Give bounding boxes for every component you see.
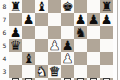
- square-d3[interactable]: ♛: [48, 65, 61, 78]
- square-f3[interactable]: [74, 65, 87, 78]
- piece-black-bishop[interactable]: ♝: [22, 52, 35, 65]
- square-b7[interactable]: ♟: [22, 13, 35, 26]
- square-e2[interactable]: [61, 78, 74, 80]
- piece-white-pawn[interactable]: ♟: [61, 52, 74, 65]
- rank-label-4: 4: [0, 52, 9, 65]
- cropped-piece-top: [12, 78, 19, 80]
- square-c7[interactable]: [35, 13, 48, 26]
- square-b4[interactable]: ♝: [22, 52, 35, 65]
- square-b3[interactable]: [22, 65, 35, 78]
- piece-black-knight[interactable]: ♞: [74, 26, 87, 39]
- square-a5[interactable]: ♛: [9, 39, 22, 52]
- square-e3[interactable]: [61, 65, 74, 78]
- square-a2[interactable]: [9, 78, 22, 80]
- rank-label-6: 6: [0, 26, 9, 39]
- square-e8[interactable]: ♚: [61, 0, 74, 13]
- square-g5[interactable]: [87, 39, 100, 52]
- board-right-border: [117, 0, 118, 80]
- square-h7[interactable]: ♟: [100, 13, 113, 26]
- piece-black-pawn[interactable]: ♟: [87, 13, 100, 26]
- chess-diagram: 876543 ♜♝♚♜♟♟♟♟♟♞♛♟♟♝♟♞♛: [0, 0, 120, 80]
- cropped-piece-top: [25, 78, 32, 80]
- square-g3[interactable]: [87, 65, 100, 78]
- square-a4[interactable]: [9, 52, 22, 65]
- square-g6[interactable]: [87, 26, 100, 39]
- rank-label-5: 5: [0, 39, 9, 52]
- square-d5[interactable]: ♟: [48, 39, 61, 52]
- square-b6[interactable]: [22, 26, 35, 39]
- square-e7[interactable]: [61, 13, 74, 26]
- piece-white-pawn[interactable]: ♟: [48, 39, 61, 52]
- piece-black-king[interactable]: ♚: [61, 0, 74, 13]
- square-f5[interactable]: [74, 39, 87, 52]
- cropped-piece-top: [103, 78, 110, 80]
- square-e4[interactable]: ♟: [61, 52, 74, 65]
- square-h4[interactable]: [100, 52, 113, 65]
- piece-white-queen[interactable]: ♛: [48, 65, 61, 78]
- piece-black-pawn[interactable]: ♟: [100, 13, 113, 26]
- cropped-piece-top: [90, 78, 97, 80]
- square-c3[interactable]: ♞: [35, 65, 48, 78]
- chess-board[interactable]: ♜♝♚♜♟♟♟♟♟♞♛♟♟♝♟♞♛: [9, 0, 113, 80]
- square-h3[interactable]: [100, 65, 113, 78]
- square-c2[interactable]: [35, 78, 48, 80]
- square-d8[interactable]: [48, 0, 61, 13]
- rank-label-8: 8: [0, 0, 9, 13]
- piece-white-knight[interactable]: ♞: [35, 65, 48, 78]
- square-h5[interactable]: [100, 39, 113, 52]
- piece-black-queen[interactable]: ♛: [9, 39, 22, 52]
- rank-label-3: 3: [0, 65, 9, 78]
- square-h6[interactable]: [100, 26, 113, 39]
- square-b2[interactable]: [22, 78, 35, 80]
- cropped-piece-top: [64, 78, 71, 80]
- square-g4[interactable]: [87, 52, 100, 65]
- piece-black-pawn[interactable]: ♟: [22, 13, 35, 26]
- cropped-piece-top: [77, 78, 84, 80]
- square-h2[interactable]: [100, 78, 113, 80]
- square-f4[interactable]: [74, 52, 87, 65]
- square-g7[interactable]: ♟: [87, 13, 100, 26]
- piece-black-bishop[interactable]: ♝: [35, 0, 48, 13]
- square-f6[interactable]: ♞: [74, 26, 87, 39]
- square-d7[interactable]: [48, 13, 61, 26]
- square-c8[interactable]: ♝: [35, 0, 48, 13]
- square-f2[interactable]: [74, 78, 87, 80]
- square-c6[interactable]: [35, 26, 48, 39]
- square-c5[interactable]: [35, 39, 48, 52]
- square-d2[interactable]: [48, 78, 61, 80]
- rank-label-7: 7: [0, 13, 9, 26]
- rank-label-column: 876543: [0, 0, 9, 80]
- piece-black-rook[interactable]: ♜: [9, 0, 22, 13]
- square-a3[interactable]: [9, 65, 22, 78]
- square-g2[interactable]: [87, 78, 100, 80]
- square-a8[interactable]: ♜: [9, 0, 22, 13]
